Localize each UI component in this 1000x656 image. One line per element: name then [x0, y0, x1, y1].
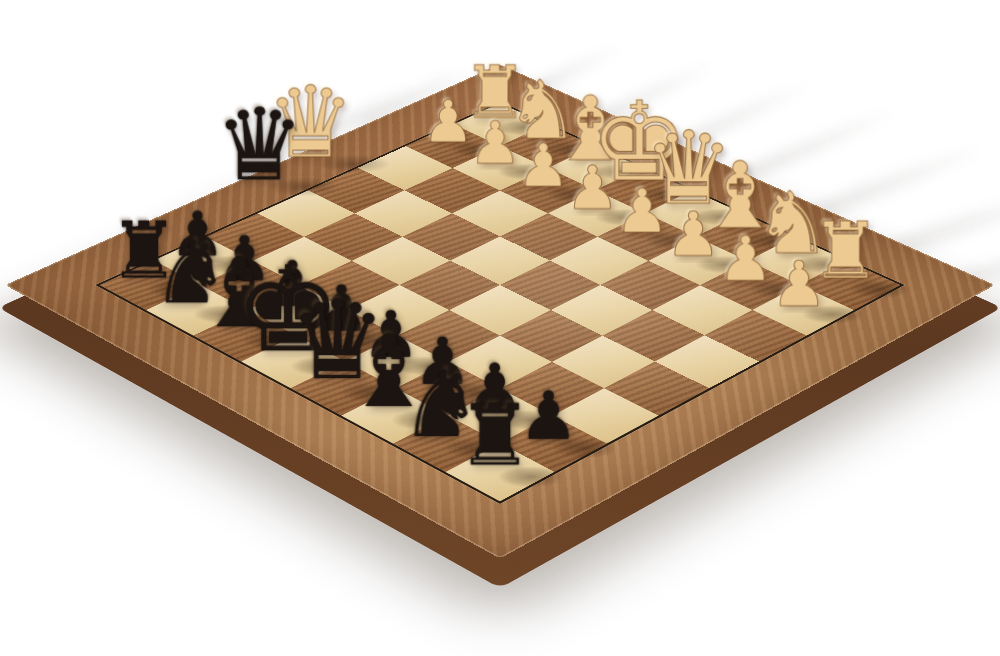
board-frame: ♜♞♝♚♛♝♞♜♟♟♟♟♟♟♟♟♟♟♟♟♟♟♟♟♜♞♝♚♛♝♞♜ ♛♛ — [5, 64, 995, 558]
perspective-container: ♜♞♝♚♛♝♞♜♟♟♟♟♟♟♟♟♟♟♟♟♟♟♟♟♜♞♝♚♛♝♞♜ ♛♛ — [0, 0, 1000, 656]
chess-set-photo-scene: ♜♞♝♚♛♝♞♜♟♟♟♟♟♟♟♟♟♟♟♟♟♟♟♟♜♞♝♚♛♝♞♜ ♛♛ — [0, 0, 1000, 656]
white-pawn-piece[interactable]: ♟ — [718, 255, 880, 313]
chess-board: ♜♞♝♚♛♝♞♜♟♟♟♟♟♟♟♟♟♟♟♟♟♟♟♟♜♞♝♚♛♝♞♜ ♛♛ — [5, 64, 995, 558]
square-a8[interactable]: ♜ — [446, 443, 554, 501]
spare-black-queen-piece[interactable]: ♛ — [183, 100, 336, 192]
black-rook-piece[interactable]: ♜ — [408, 397, 581, 475]
